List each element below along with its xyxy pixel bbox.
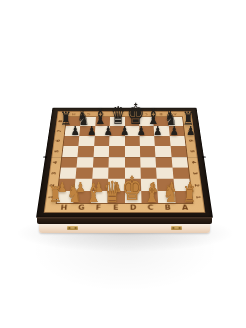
chess-piece-white-bishop: ♝ [84,180,103,206]
chess-piece-black-pawn: ♟ [100,125,117,138]
fold-notch-left [43,156,47,158]
rank-label: 5 [184,148,200,154]
board-square [109,136,124,146]
chess-piece-white-rook: ♜ [180,184,199,206]
rank-label: 6 [183,138,199,144]
rank-label: 4 [47,159,64,165]
box-front-edge [37,217,212,224]
board-square [125,136,140,146]
board-square [94,136,110,146]
board-square [155,146,171,156]
board-square [154,136,170,146]
rank-label: 5 [48,148,64,154]
board-square [140,146,156,156]
board-square [78,146,94,156]
board-square [109,146,125,156]
board-square [93,146,109,156]
chess-piece-black-pawn: ♟ [117,125,134,138]
brass-hinge-left [67,226,78,230]
floor-shadow-wash [30,232,220,292]
product-photo: HGFEDCBA HGFEDCBA 87654321 87654321 ♜♞♝♛… [0,0,246,328]
chess-piece-black-pawn: ♟ [150,125,167,138]
fold-notch-right [202,156,206,158]
rank-label: 6 [50,138,66,144]
chess-piece-black-pawn: ♟ [166,125,183,138]
chess-piece-white-knight: ♞ [161,181,180,206]
chess-piece-white-bishop: ♝ [142,180,161,206]
piece-row-white-back-rank: ♜♞♝♛♚♝♞♜ [46,166,199,206]
chess-piece-black-pawn: ♟ [133,125,150,138]
board-square [125,146,141,156]
chess-piece-white-knight: ♞ [65,181,84,206]
chess-piece-black-pawn: ♟ [183,125,200,138]
rank-label: 4 [185,159,202,165]
chess-piece-white-queen: ♛ [103,177,122,206]
fold-seam [51,157,197,158]
box-front-panel [39,224,210,233]
board-square [139,136,155,146]
chess-piece-black-pawn: ♟ [67,125,84,138]
chess-piece-black-pawn: ♟ [84,125,101,138]
board-square [79,136,95,146]
chess-piece-white-rook: ♜ [46,184,65,206]
piece-row-black-pawns: ♟♟♟♟♟♟♟♟ [67,121,199,137]
chess-piece-white-king: ♚ [122,173,143,206]
brass-hinge-right [171,226,182,230]
